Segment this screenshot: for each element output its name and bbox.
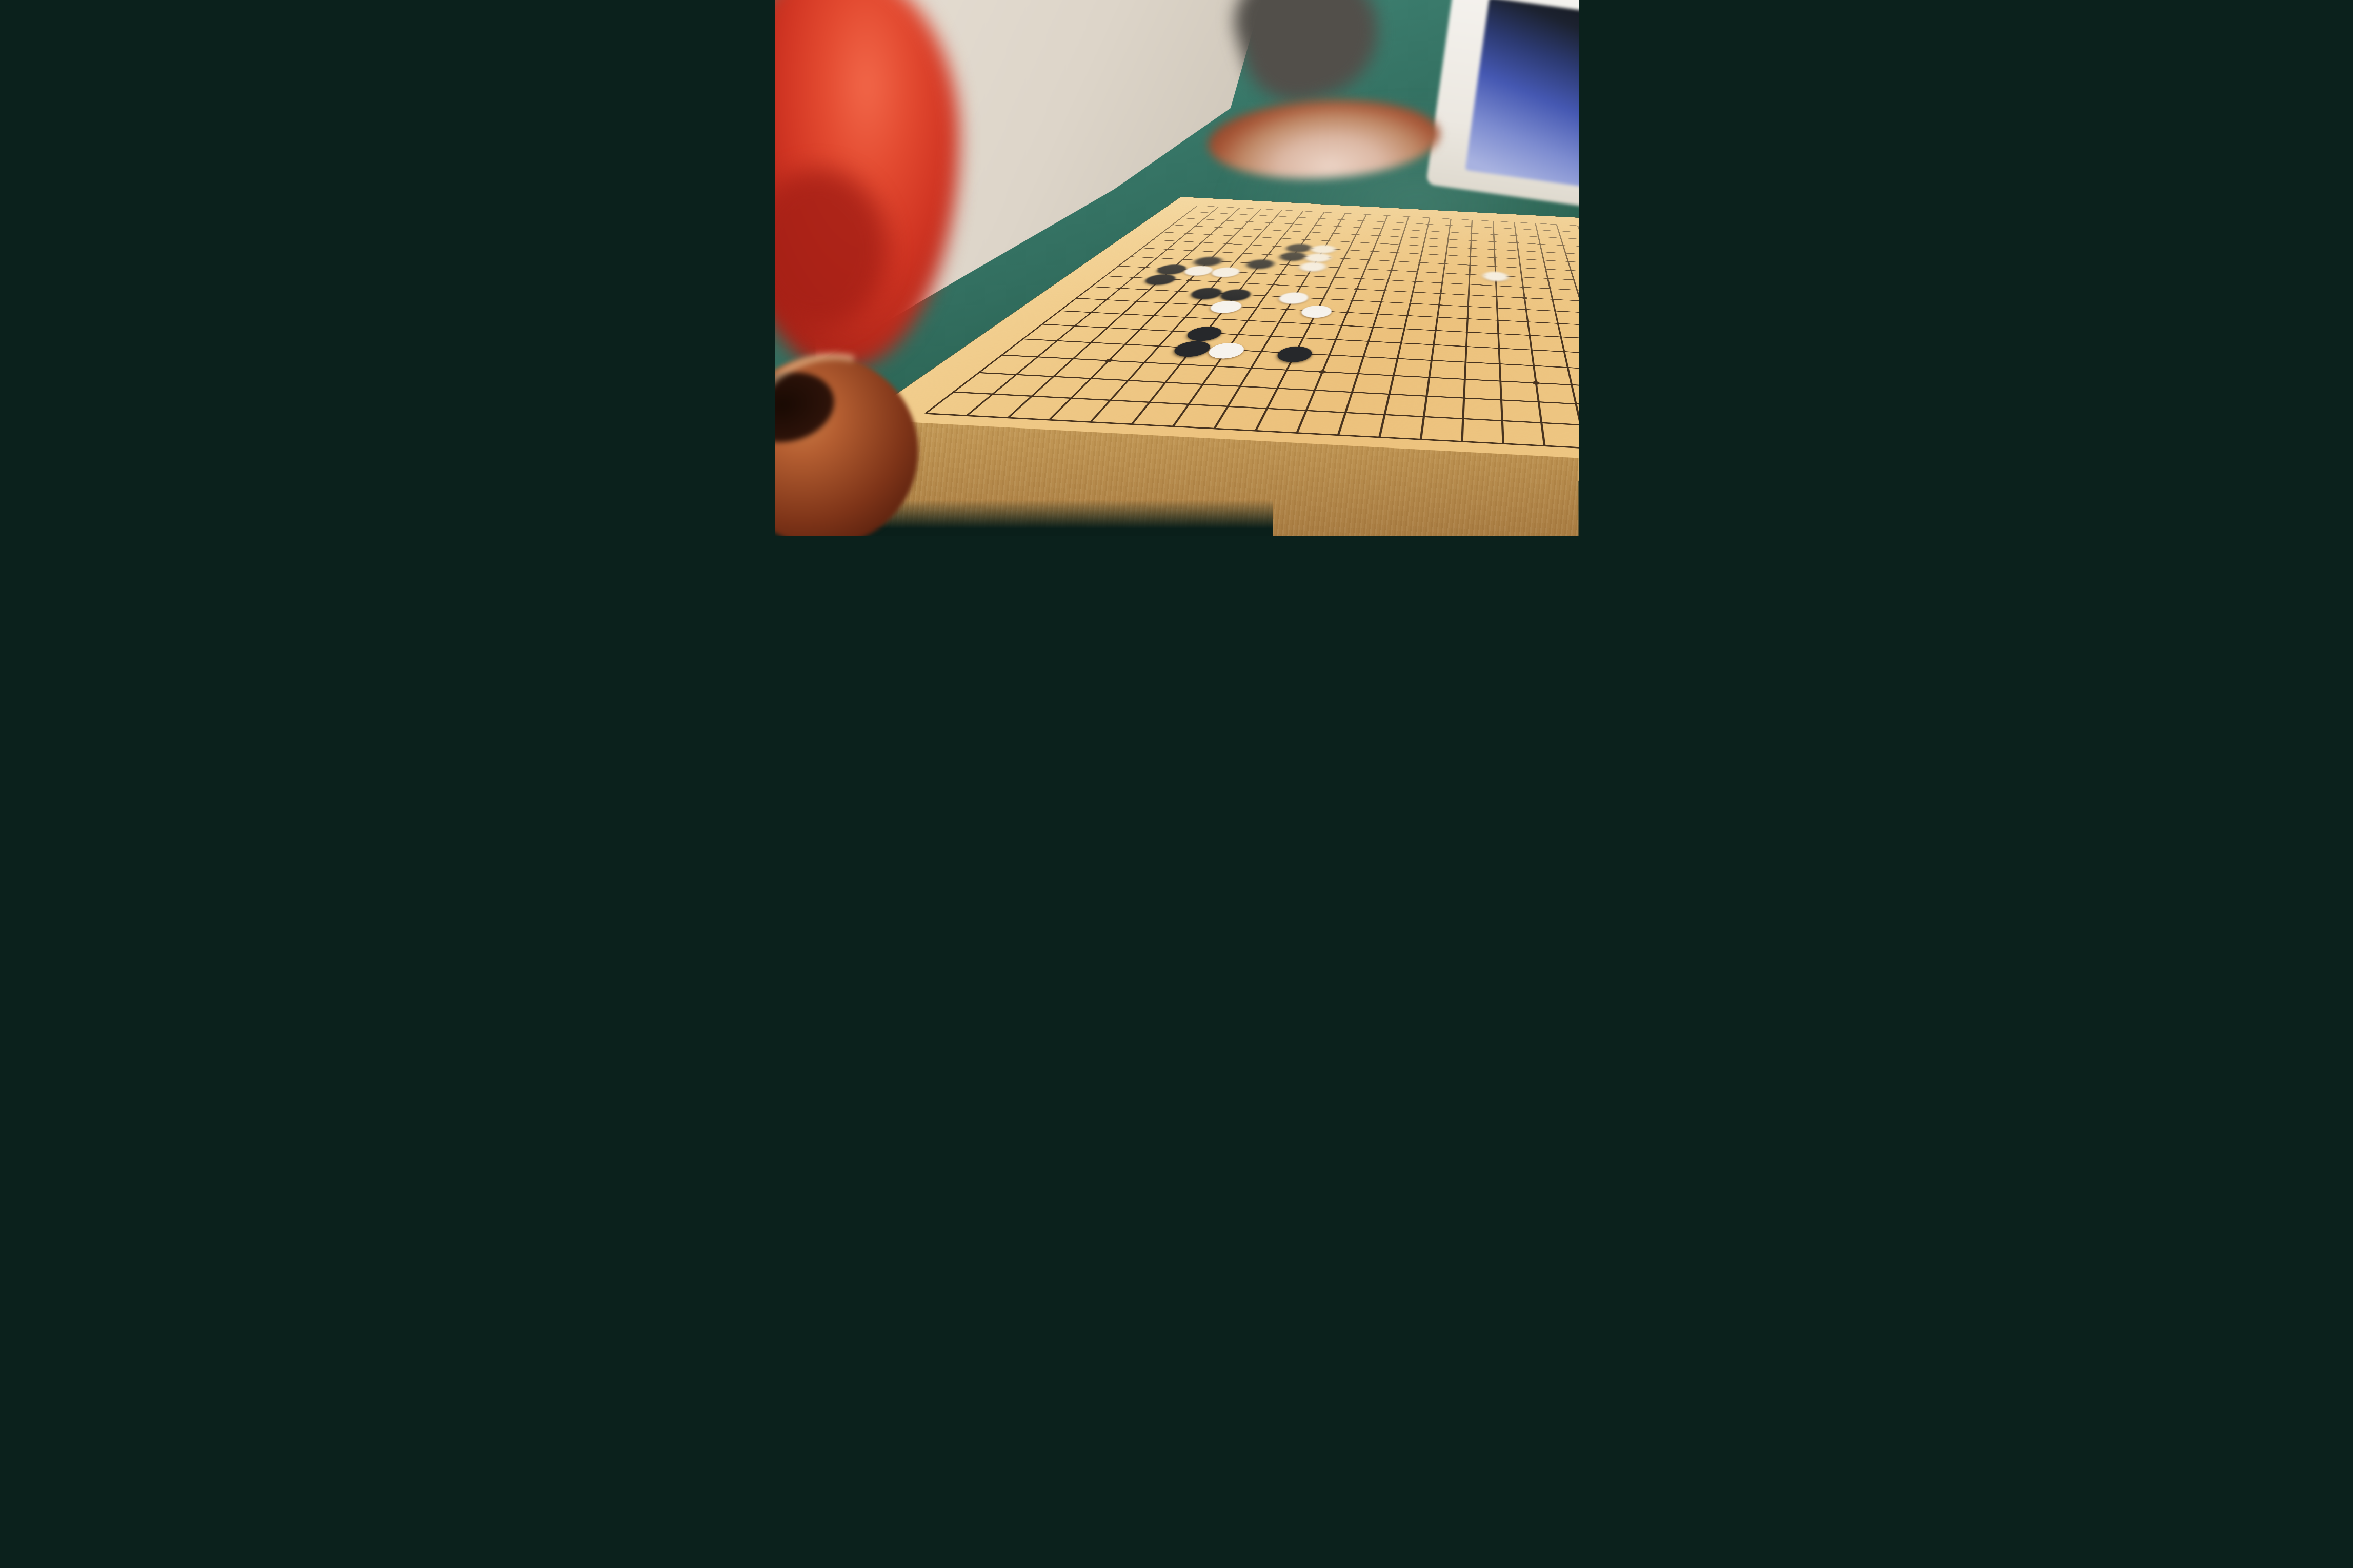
monitor-screen: [1465, 0, 1579, 191]
board-point[interactable]: [1340, 283, 1373, 295]
board-point[interactable]: [1349, 333, 1386, 350]
board-point[interactable]: [1360, 307, 1394, 321]
board-point[interactable]: [1482, 372, 1519, 392]
board-point[interactable]: [1541, 316, 1574, 331]
board-point[interactable]: [1482, 313, 1513, 328]
board-point[interactable]: [1482, 340, 1516, 357]
board-point[interactable]: [1482, 326, 1514, 341]
board-point[interactable]: [1442, 407, 1482, 431]
board-point[interactable]: [1512, 315, 1544, 329]
board-point[interactable]: [1406, 385, 1446, 407]
board-point[interactable]: [1482, 390, 1521, 411]
board-point[interactable]: ●: [1244, 258, 1277, 269]
board-point[interactable]: [1455, 279, 1482, 291]
board-point[interactable]: [1410, 368, 1447, 388]
board-point[interactable]: [1482, 409, 1522, 433]
scene: ●●●●●●●●●●●●●●●●●●●●●: [775, 0, 1579, 536]
board-point[interactable]: [1337, 364, 1378, 383]
board-point[interactable]: [1546, 343, 1579, 360]
monitor: [1425, 0, 1578, 209]
board-point[interactable]: [1519, 391, 1559, 413]
board-point[interactable]: [1343, 348, 1382, 366]
white-stone[interactable]: ●: [1481, 269, 1511, 282]
board-point[interactable]: [1516, 357, 1552, 375]
board-point[interactable]: [1321, 401, 1367, 425]
board-point[interactable]: [1514, 341, 1549, 358]
board-point[interactable]: ●: [1482, 270, 1509, 281]
board-point[interactable]: [1345, 273, 1376, 284]
board-point[interactable]: [1421, 310, 1453, 324]
board-point[interactable]: [1454, 289, 1482, 301]
board-point[interactable]: [1367, 384, 1410, 405]
board-point[interactable]: [1510, 292, 1539, 304]
board-point[interactable]: [1482, 355, 1517, 374]
board-point[interactable]: [1425, 288, 1455, 300]
board-point[interactable]: [1447, 353, 1482, 371]
board-point[interactable]: ●: [1297, 261, 1329, 272]
board-point[interactable]: [1555, 393, 1578, 415]
board-point[interactable]: [1517, 373, 1555, 393]
board-point[interactable]: [1373, 274, 1403, 286]
board-point[interactable]: [1418, 323, 1452, 338]
board-point[interactable]: [1312, 282, 1345, 294]
board-point[interactable]: [1413, 352, 1449, 370]
board-point[interactable]: [1390, 309, 1423, 323]
board-point[interactable]: [1552, 375, 1579, 395]
board-point[interactable]: [1446, 370, 1482, 390]
board-point[interactable]: [1402, 405, 1444, 429]
board-point[interactable]: [1427, 277, 1456, 289]
board-point[interactable]: [1355, 320, 1391, 335]
board-point[interactable]: [1444, 388, 1483, 409]
board-point[interactable]: [1521, 411, 1563, 435]
board-point[interactable]: [1386, 321, 1421, 337]
board-point[interactable]: [1513, 328, 1546, 343]
board-point[interactable]: [1416, 337, 1451, 354]
board-point[interactable]: [1364, 295, 1397, 309]
board-point[interactable]: [1482, 301, 1512, 315]
board-point[interactable]: [1400, 276, 1429, 288]
board-point[interactable]: [1378, 350, 1416, 368]
board-point[interactable]: [1451, 324, 1482, 340]
board-point[interactable]: [1482, 290, 1511, 302]
board-point[interactable]: ●: [1274, 344, 1316, 362]
board-point[interactable]: [1369, 284, 1400, 297]
board-point[interactable]: [1382, 335, 1418, 351]
board-point[interactable]: [1335, 294, 1369, 307]
board-point[interactable]: [1549, 358, 1578, 377]
board-point[interactable]: [1537, 293, 1567, 306]
board-point[interactable]: [1511, 303, 1542, 316]
board-point[interactable]: [1453, 300, 1482, 313]
board-point[interactable]: [1330, 382, 1373, 403]
board-point[interactable]: [1423, 298, 1454, 312]
board-point[interactable]: [1539, 304, 1571, 318]
board-point[interactable]: [1316, 332, 1355, 348]
board-point[interactable]: [1373, 366, 1413, 385]
board-point[interactable]: [1544, 329, 1578, 345]
board-point[interactable]: [1452, 312, 1482, 326]
board-point[interactable]: [1397, 286, 1427, 298]
board-point[interactable]: [1394, 297, 1425, 310]
board-point[interactable]: [1362, 403, 1406, 426]
board-point[interactable]: [1449, 338, 1482, 355]
board-point[interactable]: ●: [1298, 304, 1335, 318]
